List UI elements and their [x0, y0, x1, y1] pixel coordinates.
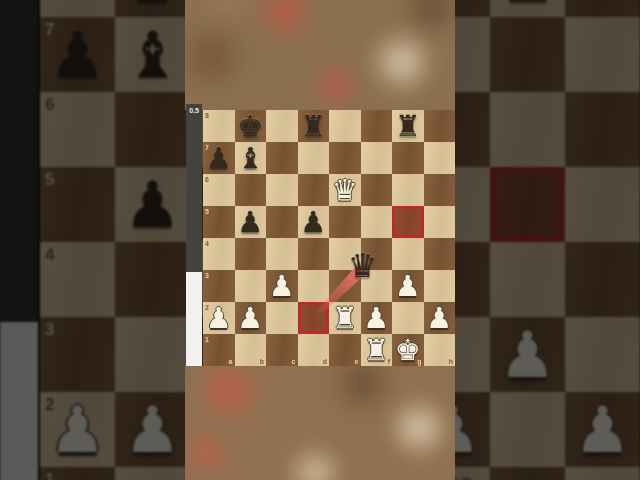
- rank-label-5: 5: [45, 171, 54, 188]
- rank-label-3: 3: [45, 321, 54, 338]
- square-b2: ♟: [115, 392, 190, 467]
- piece-white-pawn-h2[interactable]: ♟: [426, 304, 452, 333]
- square-f5[interactable]: [361, 206, 393, 238]
- square-f1[interactable]: f♜: [361, 334, 393, 366]
- piece-black-bishop-b7[interactable]: ♝: [237, 144, 263, 173]
- square-a7[interactable]: 7♟: [203, 142, 235, 174]
- rank-label-3: 3: [205, 272, 209, 279]
- square-b6[interactable]: [235, 174, 267, 206]
- square-h1: h: [565, 467, 640, 480]
- square-f2[interactable]: ♟: [361, 302, 393, 334]
- square-c3[interactable]: ♟: [266, 270, 298, 302]
- rank-label-5: 5: [205, 208, 209, 215]
- square-a1: 1a: [40, 467, 115, 480]
- blur-blobs-top: [185, 0, 455, 110]
- rank-label-1: 1: [45, 471, 54, 480]
- piece-black-pawn-b5[interactable]: ♟: [237, 208, 263, 237]
- square-a7: 7♟: [40, 17, 115, 92]
- square-h7: [565, 17, 640, 92]
- square-e5[interactable]: [329, 206, 361, 238]
- square-h3[interactable]: [424, 270, 456, 302]
- square-b1[interactable]: b: [235, 334, 267, 366]
- rank-label-4: 4: [205, 240, 209, 247]
- file-label-b: b: [260, 358, 264, 365]
- background-eval-bar: [0, 0, 38, 480]
- square-g8[interactable]: ♜: [392, 110, 424, 142]
- piece-white-pawn-g3: ♟: [499, 323, 556, 387]
- square-b8[interactable]: ♚: [235, 110, 267, 142]
- square-g4: [490, 242, 565, 317]
- file-label-a: a: [229, 358, 233, 365]
- piece-black-rook-g8: ♜: [499, 0, 556, 12]
- square-a3: 3: [40, 317, 115, 392]
- highlight-square-g5: [490, 167, 565, 242]
- square-c2[interactable]: [266, 302, 298, 334]
- square-h4[interactable]: [424, 238, 456, 270]
- square-f7[interactable]: [361, 142, 393, 174]
- square-a1[interactable]: 1a: [203, 334, 235, 366]
- piece-white-queen-e6[interactable]: ♛: [332, 176, 358, 205]
- rank-label-1: 1: [205, 336, 209, 343]
- square-h2: ♟: [565, 392, 640, 467]
- square-b5: ♟: [115, 167, 190, 242]
- rank-label-8: 8: [205, 112, 209, 119]
- chess-board[interactable]: 8♚♜♜7♟♝6♛5♟♟43♟♟2♟♟♜♟♟1abcdef♜g♚h♛: [203, 110, 455, 366]
- piece-black-pawn-b5: ♟: [124, 173, 181, 237]
- eval-bar-white: [186, 272, 202, 366]
- piece-white-pawn-c3[interactable]: ♟: [269, 272, 295, 301]
- square-g2[interactable]: [392, 302, 424, 334]
- piece-white-pawn-h2: ♟: [574, 398, 631, 462]
- eval-score-label: 0.5: [186, 107, 202, 114]
- piece-black-bishop-b7: ♝: [124, 23, 181, 87]
- square-h1[interactable]: h: [424, 334, 456, 366]
- piece-white-rook-f1[interactable]: ♜: [363, 336, 389, 365]
- square-g6: [490, 92, 565, 167]
- piece-white-rook-e2[interactable]: ♜: [332, 304, 358, 333]
- piece-white-pawn-b2[interactable]: ♟: [237, 304, 263, 333]
- square-e6[interactable]: ♛: [329, 174, 361, 206]
- square-c1[interactable]: c: [266, 334, 298, 366]
- video-frame: 8♚♜♜7♟♝6♛5♟♟43♟♟2♟♟♜♟♟1abcdef♜g♚h 0.5 8♚…: [0, 0, 640, 480]
- file-label-h: h: [449, 358, 453, 365]
- square-a3[interactable]: 3: [203, 270, 235, 302]
- square-g7[interactable]: [392, 142, 424, 174]
- square-d4[interactable]: [298, 238, 330, 270]
- square-a8[interactable]: 8: [203, 110, 235, 142]
- square-b8: ♚: [115, 0, 190, 17]
- square-c5[interactable]: [266, 206, 298, 238]
- video-strip: 0.5 8♚♜♜7♟♝6♛5♟♟43♟♟2♟♟♜♟♟1abcdef♜g♚h♛: [185, 0, 455, 480]
- square-g3: ♟: [490, 317, 565, 392]
- square-d7[interactable]: [298, 142, 330, 174]
- square-b7: ♝: [115, 17, 190, 92]
- square-h7[interactable]: [424, 142, 456, 174]
- square-h5[interactable]: [424, 206, 456, 238]
- piece-white-pawn-b2: ♟: [124, 398, 181, 462]
- file-label-e: e: [355, 358, 359, 365]
- square-c6[interactable]: [266, 174, 298, 206]
- square-g1[interactable]: g♚: [392, 334, 424, 366]
- square-g2: [490, 392, 565, 467]
- square-h4: [565, 242, 640, 317]
- piece-white-king-g1: ♚: [499, 473, 556, 480]
- square-d3[interactable]: [298, 270, 330, 302]
- moving-black-queen[interactable]: ♛: [348, 249, 378, 282]
- square-h6: [565, 92, 640, 167]
- square-d1[interactable]: d: [298, 334, 330, 366]
- square-h8[interactable]: [424, 110, 456, 142]
- square-d5[interactable]: ♟: [298, 206, 330, 238]
- blur-blobs-bottom: [185, 366, 455, 480]
- square-g1: g♚: [490, 467, 565, 480]
- square-f6[interactable]: [361, 174, 393, 206]
- file-label-d: d: [323, 358, 327, 365]
- square-b5[interactable]: ♟: [235, 206, 267, 238]
- blurred-video-fill-top: [185, 0, 455, 110]
- square-b1: b: [115, 467, 190, 480]
- square-a4: 4: [40, 242, 115, 317]
- square-a5[interactable]: 5: [203, 206, 235, 238]
- piece-black-king-b8[interactable]: ♚: [237, 112, 263, 141]
- square-e1[interactable]: e: [329, 334, 361, 366]
- piece-white-pawn-a2[interactable]: ♟: [206, 304, 232, 333]
- piece-black-king-b8: ♚: [124, 0, 181, 12]
- piece-black-pawn-d5[interactable]: ♟: [300, 208, 326, 237]
- blurred-video-fill-bottom: [185, 366, 455, 480]
- square-e2[interactable]: ♜: [329, 302, 361, 334]
- square-c7[interactable]: [266, 142, 298, 174]
- square-a4[interactable]: 4: [203, 238, 235, 270]
- square-b4: [115, 242, 190, 317]
- square-g6[interactable]: [392, 174, 424, 206]
- square-c8[interactable]: [266, 110, 298, 142]
- eval-bar: 0.5: [186, 104, 202, 366]
- square-b7[interactable]: ♝: [235, 142, 267, 174]
- square-g3[interactable]: ♟: [392, 270, 424, 302]
- square-a6: 6: [40, 92, 115, 167]
- square-a2[interactable]: 2♟: [203, 302, 235, 334]
- square-h3: [565, 317, 640, 392]
- square-g4[interactable]: [392, 238, 424, 270]
- rank-label-6: 6: [45, 96, 54, 113]
- piece-white-pawn-a2: ♟: [49, 398, 106, 462]
- rank-label-4: 4: [45, 246, 54, 263]
- square-h5: [565, 167, 640, 242]
- piece-black-rook-d8[interactable]: ♜: [300, 112, 326, 141]
- square-b2[interactable]: ♟: [235, 302, 267, 334]
- square-g8: ♜: [490, 0, 565, 17]
- highlight-square-g5[interactable]: [392, 206, 424, 238]
- square-c4[interactable]: [266, 238, 298, 270]
- square-b3: [115, 317, 190, 392]
- square-b4[interactable]: [235, 238, 267, 270]
- square-b6: [115, 92, 190, 167]
- square-b3[interactable]: [235, 270, 267, 302]
- square-g7: [490, 17, 565, 92]
- piece-black-pawn-a7: ♟: [49, 23, 106, 87]
- piece-white-king-g1[interactable]: ♚: [395, 336, 421, 365]
- square-f8[interactable]: [361, 110, 393, 142]
- background-eval-bar-white: [0, 322, 38, 480]
- file-label-c: c: [292, 358, 296, 365]
- square-e8[interactable]: [329, 110, 361, 142]
- square-h2[interactable]: ♟: [424, 302, 456, 334]
- piece-white-pawn-f2[interactable]: ♟: [363, 304, 389, 333]
- piece-black-pawn-a7[interactable]: ♟: [206, 144, 232, 173]
- square-e7[interactable]: [329, 142, 361, 174]
- square-a6[interactable]: 6: [203, 174, 235, 206]
- square-h6[interactable]: [424, 174, 456, 206]
- square-a5: 5: [40, 167, 115, 242]
- piece-white-pawn-g3[interactable]: ♟: [395, 272, 421, 301]
- square-a2: 2♟: [40, 392, 115, 467]
- piece-black-rook-g8[interactable]: ♜: [395, 112, 421, 141]
- square-d6[interactable]: [298, 174, 330, 206]
- square-d8[interactable]: ♜: [298, 110, 330, 142]
- square-a8: 8: [40, 0, 115, 17]
- rank-label-6: 6: [205, 176, 209, 183]
- square-h8: [565, 0, 640, 17]
